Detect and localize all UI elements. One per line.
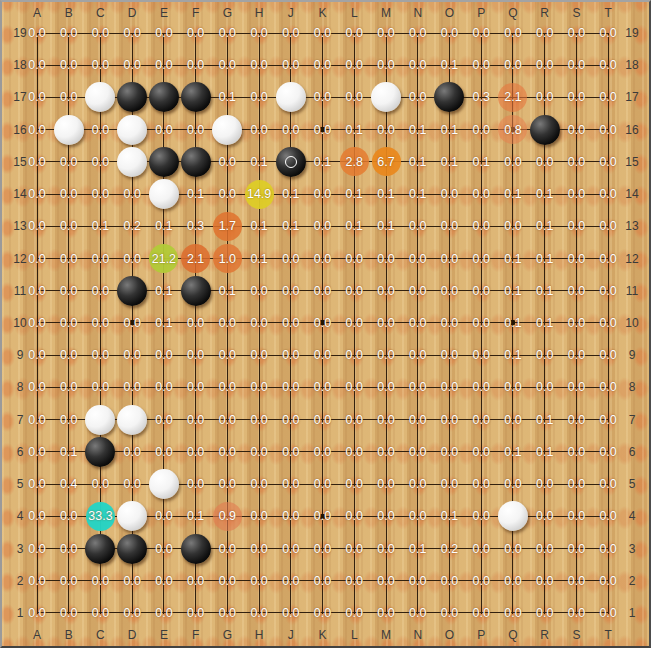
- point-T5[interactable]: 0.0: [592, 468, 624, 500]
- point-M9[interactable]: 0.0: [370, 339, 402, 371]
- point-F1[interactable]: 0.0: [180, 597, 212, 629]
- point-L6[interactable]: 0.0: [338, 436, 370, 468]
- point-T1[interactable]: 0.0: [592, 597, 624, 629]
- point-H13[interactable]: 0.1: [243, 210, 275, 242]
- point-M15[interactable]: 6.7: [370, 146, 402, 178]
- point-F7[interactable]: 0.0: [180, 404, 212, 436]
- point-J6[interactable]: 0.0: [275, 436, 307, 468]
- point-L11[interactable]: 0.0: [338, 275, 370, 307]
- point-B17[interactable]: 0.0: [53, 81, 85, 113]
- point-T14[interactable]: 0.0: [592, 178, 624, 210]
- point-G18[interactable]: 0.0: [211, 49, 243, 81]
- point-L3[interactable]: 0.0: [338, 533, 370, 565]
- point-D18[interactable]: 0.0: [116, 49, 148, 81]
- point-R7[interactable]: 0.1: [529, 404, 561, 436]
- point-R19[interactable]: 0.0: [529, 17, 561, 49]
- point-M11[interactable]: 0.0: [370, 275, 402, 307]
- point-T16[interactable]: 0.0: [592, 114, 624, 146]
- point-B14[interactable]: 0.0: [53, 178, 85, 210]
- point-P5[interactable]: 0.0: [465, 468, 497, 500]
- point-A17[interactable]: 0.0: [21, 81, 53, 113]
- point-C12[interactable]: 0.0: [84, 243, 116, 275]
- point-D11[interactable]: [116, 275, 148, 307]
- point-G5[interactable]: 0.0: [211, 468, 243, 500]
- point-S14[interactable]: 0.0: [560, 178, 592, 210]
- point-F14[interactable]: 0.1: [180, 178, 212, 210]
- point-H10[interactable]: 0.0: [243, 307, 275, 339]
- point-F6[interactable]: 0.0: [180, 436, 212, 468]
- point-N4[interactable]: 0.0: [402, 500, 434, 532]
- point-N2[interactable]: 0.0: [402, 565, 434, 597]
- point-R2[interactable]: 0.0: [529, 565, 561, 597]
- point-C8[interactable]: 0.0: [84, 371, 116, 403]
- point-N1[interactable]: 0.0: [402, 597, 434, 629]
- point-P13[interactable]: 0.0: [465, 210, 497, 242]
- point-B16[interactable]: [53, 114, 85, 146]
- point-M10[interactable]: 0.0: [370, 307, 402, 339]
- point-O6[interactable]: 0.0: [433, 436, 465, 468]
- point-C16[interactable]: 0.0: [84, 114, 116, 146]
- point-C17[interactable]: [84, 81, 116, 113]
- point-Q2[interactable]: 0.0: [497, 565, 529, 597]
- point-A11[interactable]: 0.0: [21, 275, 53, 307]
- point-R6[interactable]: 0.1: [529, 436, 561, 468]
- point-S13[interactable]: 0.0: [560, 210, 592, 242]
- point-F9[interactable]: 0.0: [180, 339, 212, 371]
- point-G6[interactable]: 0.0: [211, 436, 243, 468]
- point-C2[interactable]: 0.0: [84, 565, 116, 597]
- point-T19[interactable]: 0.0: [592, 17, 624, 49]
- point-N15[interactable]: 0.1: [402, 146, 434, 178]
- point-S2[interactable]: 0.0: [560, 565, 592, 597]
- point-B7[interactable]: 0.0: [53, 404, 85, 436]
- point-L14[interactable]: 0.1: [338, 178, 370, 210]
- point-G10[interactable]: 0.0: [211, 307, 243, 339]
- point-D17[interactable]: [116, 81, 148, 113]
- point-T2[interactable]: 0.0: [592, 565, 624, 597]
- point-M2[interactable]: 0.0: [370, 565, 402, 597]
- point-J15[interactable]: [275, 146, 307, 178]
- point-E14[interactable]: [148, 178, 180, 210]
- point-E8[interactable]: 0.0: [148, 371, 180, 403]
- point-K3[interactable]: 0.0: [307, 533, 339, 565]
- point-O5[interactable]: 0.0: [433, 468, 465, 500]
- point-B18[interactable]: 0.0: [53, 49, 85, 81]
- point-N10[interactable]: 0.0: [402, 307, 434, 339]
- point-N12[interactable]: 0.0: [402, 243, 434, 275]
- point-K6[interactable]: 0.0: [307, 436, 339, 468]
- point-D9[interactable]: 0.0: [116, 339, 148, 371]
- point-A4[interactable]: 0.0: [21, 500, 53, 532]
- point-G7[interactable]: 0.0: [211, 404, 243, 436]
- point-Q7[interactable]: 0.0: [497, 404, 529, 436]
- point-M13[interactable]: 0.1: [370, 210, 402, 242]
- point-M19[interactable]: 0.0: [370, 17, 402, 49]
- point-P15[interactable]: 0.1: [465, 146, 497, 178]
- point-B1[interactable]: 0.0: [53, 597, 85, 629]
- point-G16[interactable]: [211, 114, 243, 146]
- point-H19[interactable]: 0.0: [243, 17, 275, 49]
- point-E19[interactable]: 0.0: [148, 17, 180, 49]
- point-G12[interactable]: 1.0: [211, 243, 243, 275]
- point-Q14[interactable]: 0.1: [497, 178, 529, 210]
- point-C1[interactable]: 0.0: [84, 597, 116, 629]
- point-P19[interactable]: 0.0: [465, 17, 497, 49]
- point-O14[interactable]: 0.0: [433, 178, 465, 210]
- point-S4[interactable]: 0.0: [560, 500, 592, 532]
- point-D16[interactable]: [116, 114, 148, 146]
- point-F11[interactable]: [180, 275, 212, 307]
- point-L18[interactable]: 0.0: [338, 49, 370, 81]
- point-E17[interactable]: [148, 81, 180, 113]
- point-R4[interactable]: 0.0: [529, 500, 561, 532]
- point-C13[interactable]: 0.1: [84, 210, 116, 242]
- point-C5[interactable]: 0.0: [84, 468, 116, 500]
- point-Q13[interactable]: 0.0: [497, 210, 529, 242]
- point-O11[interactable]: 0.0: [433, 275, 465, 307]
- point-O16[interactable]: 0.1: [433, 114, 465, 146]
- point-R11[interactable]: 0.1: [529, 275, 561, 307]
- point-O19[interactable]: 0.0: [433, 17, 465, 49]
- point-M8[interactable]: 0.0: [370, 371, 402, 403]
- point-G4[interactable]: 0.9: [211, 500, 243, 532]
- point-F15[interactable]: [180, 146, 212, 178]
- point-P6[interactable]: 0.0: [465, 436, 497, 468]
- point-N14[interactable]: 0.1: [402, 178, 434, 210]
- point-G17[interactable]: 0.1: [211, 81, 243, 113]
- point-E16[interactable]: 0.0: [148, 114, 180, 146]
- point-L7[interactable]: 0.0: [338, 404, 370, 436]
- point-E7[interactable]: 0.0: [148, 404, 180, 436]
- point-T3[interactable]: 0.0: [592, 533, 624, 565]
- point-T15[interactable]: 0.0: [592, 146, 624, 178]
- point-B8[interactable]: 0.0: [53, 371, 85, 403]
- point-G9[interactable]: 0.0: [211, 339, 243, 371]
- point-A15[interactable]: 0.0: [21, 146, 53, 178]
- point-L1[interactable]: 0.0: [338, 597, 370, 629]
- point-N5[interactable]: 0.0: [402, 468, 434, 500]
- point-C19[interactable]: 0.0: [84, 17, 116, 49]
- point-D10[interactable]: 0.0: [116, 307, 148, 339]
- point-L13[interactable]: 0.1: [338, 210, 370, 242]
- point-C15[interactable]: 0.0: [84, 146, 116, 178]
- point-K2[interactable]: 0.0: [307, 565, 339, 597]
- point-B12[interactable]: 0.0: [53, 243, 85, 275]
- point-P14[interactable]: 0.0: [465, 178, 497, 210]
- point-A5[interactable]: 0.0: [21, 468, 53, 500]
- point-H7[interactable]: 0.0: [243, 404, 275, 436]
- point-A13[interactable]: 0.0: [21, 210, 53, 242]
- point-O1[interactable]: 0.0: [433, 597, 465, 629]
- point-K5[interactable]: 0.0: [307, 468, 339, 500]
- point-H14[interactable]: 14.9: [243, 178, 275, 210]
- point-B19[interactable]: 0.0: [53, 17, 85, 49]
- point-N18[interactable]: 0.0: [402, 49, 434, 81]
- point-Q4[interactable]: [497, 500, 529, 532]
- point-Q3[interactable]: 0.0: [497, 533, 529, 565]
- point-D5[interactable]: 0.0: [116, 468, 148, 500]
- point-M7[interactable]: 0.0: [370, 404, 402, 436]
- point-C11[interactable]: 0.0: [84, 275, 116, 307]
- point-M6[interactable]: 0.0: [370, 436, 402, 468]
- point-S8[interactable]: 0.0: [560, 371, 592, 403]
- point-G15[interactable]: 0.0: [211, 146, 243, 178]
- point-N13[interactable]: 0.0: [402, 210, 434, 242]
- point-N8[interactable]: 0.0: [402, 371, 434, 403]
- point-J13[interactable]: 0.1: [275, 210, 307, 242]
- point-E10[interactable]: 0.1: [148, 307, 180, 339]
- point-K1[interactable]: 0.0: [307, 597, 339, 629]
- point-K4[interactable]: 0.0: [307, 500, 339, 532]
- point-F18[interactable]: 0.0: [180, 49, 212, 81]
- point-D15[interactable]: [116, 146, 148, 178]
- point-O3[interactable]: 0.2: [433, 533, 465, 565]
- point-N19[interactable]: 0.0: [402, 17, 434, 49]
- point-Q12[interactable]: 0.1: [497, 243, 529, 275]
- point-P8[interactable]: 0.0: [465, 371, 497, 403]
- point-O12[interactable]: 0.0: [433, 243, 465, 275]
- point-L8[interactable]: 0.0: [338, 371, 370, 403]
- point-F10[interactable]: 0.0: [180, 307, 212, 339]
- point-T10[interactable]: 0.0: [592, 307, 624, 339]
- point-O18[interactable]: 0.1: [433, 49, 465, 81]
- point-R9[interactable]: 0.0: [529, 339, 561, 371]
- point-Q19[interactable]: 0.0: [497, 17, 529, 49]
- point-E2[interactable]: 0.0: [148, 565, 180, 597]
- point-F17[interactable]: [180, 81, 212, 113]
- point-K18[interactable]: 0.0: [307, 49, 339, 81]
- point-R10[interactable]: 0.1: [529, 307, 561, 339]
- point-P11[interactable]: 0.0: [465, 275, 497, 307]
- point-G8[interactable]: 0.0: [211, 371, 243, 403]
- point-K8[interactable]: 0.0: [307, 371, 339, 403]
- point-K13[interactable]: 0.0: [307, 210, 339, 242]
- point-J9[interactable]: 0.0: [275, 339, 307, 371]
- point-S11[interactable]: 0.0: [560, 275, 592, 307]
- point-H11[interactable]: 0.0: [243, 275, 275, 307]
- point-F2[interactable]: 0.0: [180, 565, 212, 597]
- point-J19[interactable]: 0.0: [275, 17, 307, 49]
- point-F16[interactable]: 0.0: [180, 114, 212, 146]
- point-H6[interactable]: 0.0: [243, 436, 275, 468]
- point-A7[interactable]: 0.0: [21, 404, 53, 436]
- point-K7[interactable]: 0.0: [307, 404, 339, 436]
- point-G11[interactable]: 0.1: [211, 275, 243, 307]
- point-D3[interactable]: [116, 533, 148, 565]
- point-N9[interactable]: 0.0: [402, 339, 434, 371]
- point-A10[interactable]: 0.0: [21, 307, 53, 339]
- point-P3[interactable]: 0.0: [465, 533, 497, 565]
- point-Q16[interactable]: 0.8: [497, 114, 529, 146]
- point-T11[interactable]: 0.0: [592, 275, 624, 307]
- point-J7[interactable]: 0.0: [275, 404, 307, 436]
- point-Q6[interactable]: 0.1: [497, 436, 529, 468]
- point-R14[interactable]: 0.1: [529, 178, 561, 210]
- point-S19[interactable]: 0.0: [560, 17, 592, 49]
- point-F5[interactable]: 0.0: [180, 468, 212, 500]
- point-J1[interactable]: 0.0: [275, 597, 307, 629]
- point-L17[interactable]: 0.0: [338, 81, 370, 113]
- point-N7[interactable]: 0.0: [402, 404, 434, 436]
- point-D8[interactable]: 0.0: [116, 371, 148, 403]
- point-F19[interactable]: 0.0: [180, 17, 212, 49]
- point-K19[interactable]: 0.0: [307, 17, 339, 49]
- point-Q5[interactable]: 0.0: [497, 468, 529, 500]
- point-E4[interactable]: 0.0: [148, 500, 180, 532]
- point-M17[interactable]: [370, 81, 402, 113]
- point-T7[interactable]: 0.0: [592, 404, 624, 436]
- point-H4[interactable]: 0.0: [243, 500, 275, 532]
- point-A6[interactable]: 0.0: [21, 436, 53, 468]
- point-H5[interactable]: 0.0: [243, 468, 275, 500]
- point-T17[interactable]: 0.0: [592, 81, 624, 113]
- point-E3[interactable]: 0.0: [148, 533, 180, 565]
- point-T18[interactable]: 0.0: [592, 49, 624, 81]
- point-P4[interactable]: 0.0: [465, 500, 497, 532]
- point-B10[interactable]: 0.0: [53, 307, 85, 339]
- point-D7[interactable]: [116, 404, 148, 436]
- point-T4[interactable]: 0.0: [592, 500, 624, 532]
- point-D13[interactable]: 0.2: [116, 210, 148, 242]
- point-E5[interactable]: [148, 468, 180, 500]
- point-R1[interactable]: 0.0: [529, 597, 561, 629]
- point-Q8[interactable]: 0.0: [497, 371, 529, 403]
- point-J17[interactable]: [275, 81, 307, 113]
- point-L4[interactable]: 0.0: [338, 500, 370, 532]
- point-T9[interactable]: 0.0: [592, 339, 624, 371]
- point-J3[interactable]: 0.0: [275, 533, 307, 565]
- point-L5[interactable]: 0.0: [338, 468, 370, 500]
- point-Q10[interactable]: 0.1: [497, 307, 529, 339]
- point-Q18[interactable]: 0.0: [497, 49, 529, 81]
- point-G13[interactable]: 1.7: [211, 210, 243, 242]
- point-D14[interactable]: 0.0: [116, 178, 148, 210]
- point-N11[interactable]: 0.0: [402, 275, 434, 307]
- point-E18[interactable]: 0.0: [148, 49, 180, 81]
- point-A16[interactable]: 0.0: [21, 114, 53, 146]
- point-H12[interactable]: 0.1: [243, 243, 275, 275]
- point-K16[interactable]: 0.0: [307, 114, 339, 146]
- point-K11[interactable]: 0.0: [307, 275, 339, 307]
- point-O13[interactable]: 0.0: [433, 210, 465, 242]
- point-H1[interactable]: 0.0: [243, 597, 275, 629]
- point-H17[interactable]: 0.0: [243, 81, 275, 113]
- point-E13[interactable]: 0.1: [148, 210, 180, 242]
- point-B6[interactable]: 0.1: [53, 436, 85, 468]
- point-S5[interactable]: 0.0: [560, 468, 592, 500]
- point-F3[interactable]: [180, 533, 212, 565]
- point-C3[interactable]: [84, 533, 116, 565]
- point-P9[interactable]: 0.0: [465, 339, 497, 371]
- point-S7[interactable]: 0.0: [560, 404, 592, 436]
- point-J10[interactable]: 0.0: [275, 307, 307, 339]
- point-O8[interactable]: 0.0: [433, 371, 465, 403]
- point-G3[interactable]: 0.0: [211, 533, 243, 565]
- point-C14[interactable]: 0.0: [84, 178, 116, 210]
- point-B13[interactable]: 0.0: [53, 210, 85, 242]
- point-J4[interactable]: 0.0: [275, 500, 307, 532]
- point-D19[interactable]: 0.0: [116, 17, 148, 49]
- point-T12[interactable]: 0.0: [592, 243, 624, 275]
- point-J14[interactable]: 0.1: [275, 178, 307, 210]
- point-F8[interactable]: 0.0: [180, 371, 212, 403]
- point-D2[interactable]: 0.0: [116, 565, 148, 597]
- point-S15[interactable]: 0.0: [560, 146, 592, 178]
- point-M5[interactable]: 0.0: [370, 468, 402, 500]
- point-Q11[interactable]: 0.1: [497, 275, 529, 307]
- point-A3[interactable]: 0.0: [21, 533, 53, 565]
- point-B15[interactable]: 0.0: [53, 146, 85, 178]
- point-A19[interactable]: 0.0: [21, 17, 53, 49]
- point-M14[interactable]: 0.1: [370, 178, 402, 210]
- point-Q9[interactable]: 0.1: [497, 339, 529, 371]
- point-N3[interactable]: 0.1: [402, 533, 434, 565]
- point-R5[interactable]: 0.0: [529, 468, 561, 500]
- point-N6[interactable]: 0.0: [402, 436, 434, 468]
- point-A1[interactable]: 0.0: [21, 597, 53, 629]
- point-C6[interactable]: [84, 436, 116, 468]
- point-O15[interactable]: 0.1: [433, 146, 465, 178]
- point-L9[interactable]: 0.0: [338, 339, 370, 371]
- point-S6[interactable]: 0.0: [560, 436, 592, 468]
- point-J16[interactable]: 0.0: [275, 114, 307, 146]
- point-A9[interactable]: 0.0: [21, 339, 53, 371]
- point-H2[interactable]: 0.0: [243, 565, 275, 597]
- point-H9[interactable]: 0.0: [243, 339, 275, 371]
- point-R13[interactable]: 0.1: [529, 210, 561, 242]
- point-E15[interactable]: [148, 146, 180, 178]
- point-M4[interactable]: 0.0: [370, 500, 402, 532]
- point-O2[interactable]: 0.0: [433, 565, 465, 597]
- point-C9[interactable]: 0.0: [84, 339, 116, 371]
- point-R16[interactable]: [529, 114, 561, 146]
- point-R3[interactable]: 0.0: [529, 533, 561, 565]
- point-T13[interactable]: 0.0: [592, 210, 624, 242]
- point-S3[interactable]: 0.0: [560, 533, 592, 565]
- point-P7[interactable]: 0.0: [465, 404, 497, 436]
- point-E1[interactable]: 0.0: [148, 597, 180, 629]
- point-A12[interactable]: 0.0: [21, 243, 53, 275]
- point-M1[interactable]: 0.0: [370, 597, 402, 629]
- point-M18[interactable]: 0.0: [370, 49, 402, 81]
- point-O7[interactable]: 0.0: [433, 404, 465, 436]
- point-K12[interactable]: 0.0: [307, 243, 339, 275]
- point-S17[interactable]: 0.0: [560, 81, 592, 113]
- point-E9[interactable]: 0.0: [148, 339, 180, 371]
- point-J8[interactable]: 0.0: [275, 371, 307, 403]
- point-R17[interactable]: 0.0: [529, 81, 561, 113]
- point-H16[interactable]: 0.0: [243, 114, 275, 146]
- point-O4[interactable]: 0.1: [433, 500, 465, 532]
- point-N17[interactable]: 0.0: [402, 81, 434, 113]
- point-O9[interactable]: 0.0: [433, 339, 465, 371]
- point-P1[interactable]: 0.0: [465, 597, 497, 629]
- point-L19[interactable]: 0.0: [338, 17, 370, 49]
- point-D1[interactable]: 0.0: [116, 597, 148, 629]
- point-C18[interactable]: 0.0: [84, 49, 116, 81]
- point-G2[interactable]: 0.0: [211, 565, 243, 597]
- point-H18[interactable]: 0.0: [243, 49, 275, 81]
- point-B5[interactable]: 0.4: [53, 468, 85, 500]
- point-T8[interactable]: 0.0: [592, 371, 624, 403]
- point-J18[interactable]: 0.0: [275, 49, 307, 81]
- point-R8[interactable]: 0.0: [529, 371, 561, 403]
- point-H15[interactable]: 0.1: [243, 146, 275, 178]
- point-O17[interactable]: [433, 81, 465, 113]
- point-P18[interactable]: 0.0: [465, 49, 497, 81]
- point-C4[interactable]: 33.3: [84, 500, 116, 532]
- point-E11[interactable]: 0.1: [148, 275, 180, 307]
